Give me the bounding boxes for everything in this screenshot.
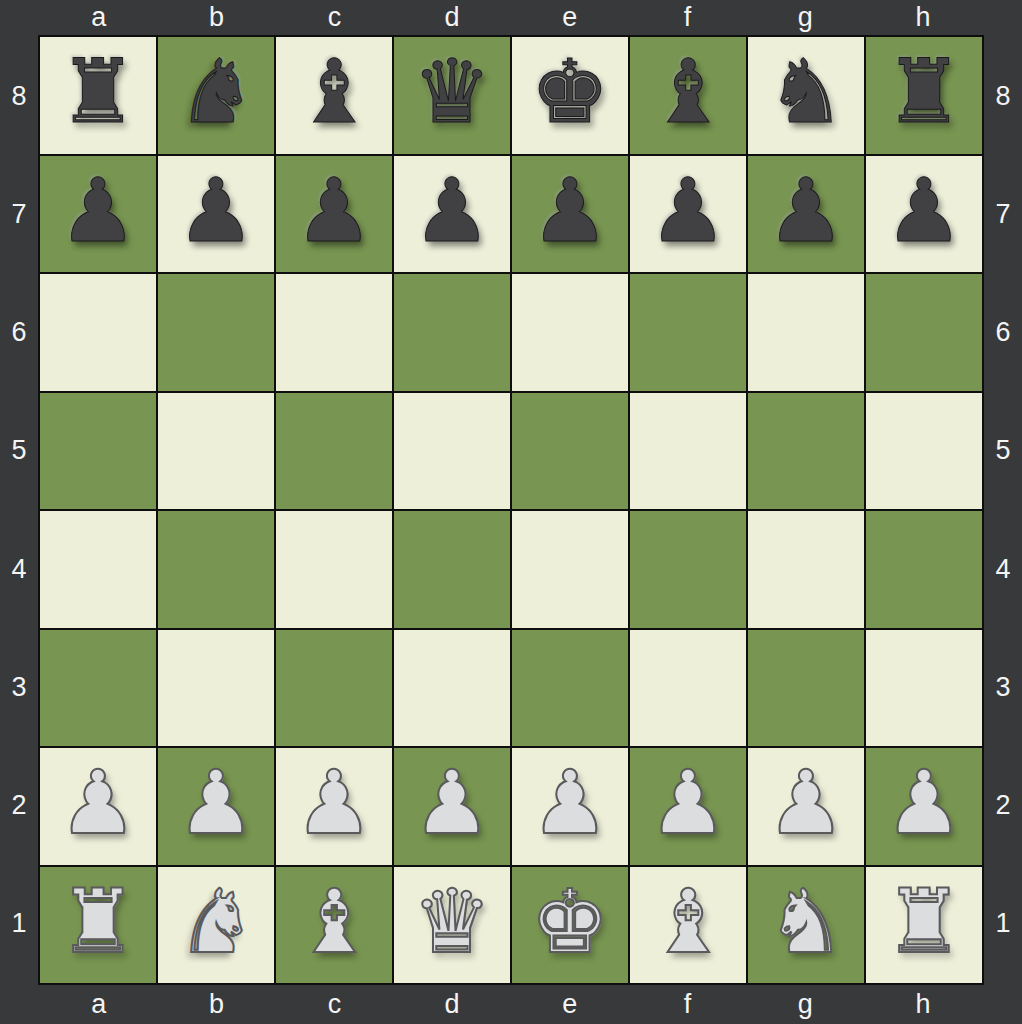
file-label-top-c: c [276,0,394,35]
square-c5[interactable] [276,393,392,510]
file-label-top-f: f [629,0,747,35]
square-f6[interactable] [630,274,746,391]
file-labels-bottom: abcdefgh [38,985,984,1024]
square-c7[interactable]: ♟ [276,156,392,273]
square-c2[interactable]: ♟ [276,748,392,865]
square-a6[interactable] [40,274,156,391]
rank-labels-left: 87654321 [0,35,38,985]
black-pawn-b7[interactable]: ♟ [177,167,256,255]
square-b5[interactable] [158,393,274,510]
rank-labels-right: 87654321 [984,35,1022,985]
square-h7[interactable]: ♟ [866,156,982,273]
white-knight-b1[interactable]: ♞ [177,878,256,966]
square-a7[interactable]: ♟ [40,156,156,273]
square-e8[interactable]: ♚ [512,37,628,154]
square-d1[interactable]: ♛ [394,867,510,984]
rank-label-left-4: 4 [0,510,38,628]
white-pawn-e2[interactable]: ♟ [531,759,610,847]
black-king-e8[interactable]: ♚ [531,48,610,136]
frame-corner-top-left [0,0,38,35]
file-label-bottom-d: d [393,985,511,1024]
square-f7[interactable]: ♟ [630,156,746,273]
square-e1[interactable]: ♚ [512,867,628,984]
black-rook-h8[interactable]: ♜ [885,48,964,136]
file-label-top-h: h [864,0,982,35]
square-e4[interactable] [512,511,628,628]
square-b3[interactable] [158,630,274,747]
black-bishop-f8[interactable]: ♝ [649,48,728,136]
file-label-bottom-e: e [511,985,629,1024]
file-label-bottom-b: b [158,985,276,1024]
square-g3[interactable] [748,630,864,747]
black-knight-g8[interactable]: ♞ [767,48,846,136]
black-knight-b8[interactable]: ♞ [177,48,256,136]
square-b4[interactable] [158,511,274,628]
rank-label-left-2: 2 [0,747,38,865]
file-label-bottom-h: h [864,985,982,1024]
rank-label-right-4: 4 [984,510,1022,628]
white-king-e1[interactable]: ♚ [531,878,610,966]
square-a5[interactable] [40,393,156,510]
white-pawn-c2[interactable]: ♟ [295,759,374,847]
white-bishop-c1[interactable]: ♝ [295,878,374,966]
white-rook-h1[interactable]: ♜ [885,878,964,966]
square-f2[interactable]: ♟ [630,748,746,865]
rank-label-left-8: 8 [0,37,38,155]
file-label-bottom-f: f [629,985,747,1024]
square-c1[interactable]: ♝ [276,867,392,984]
square-a1[interactable]: ♜ [40,867,156,984]
white-rook-a1[interactable]: ♜ [59,878,138,966]
black-pawn-g7[interactable]: ♟ [767,167,846,255]
rank-label-right-2: 2 [984,747,1022,865]
square-h4[interactable] [866,511,982,628]
square-g2[interactable]: ♟ [748,748,864,865]
square-e7[interactable]: ♟ [512,156,628,273]
square-b1[interactable]: ♞ [158,867,274,984]
white-pawn-d2[interactable]: ♟ [413,759,492,847]
black-pawn-c7[interactable]: ♟ [295,167,374,255]
square-b7[interactable]: ♟ [158,156,274,273]
chess-board: ♜♞♝♛♚♝♞♜♟♟♟♟♟♟♟♟♟♟♟♟♟♟♟♟♜♞♝♛♚♝♞♜ [38,35,984,985]
square-a8[interactable]: ♜ [40,37,156,154]
file-label-bottom-g: g [747,985,865,1024]
square-c4[interactable] [276,511,392,628]
rank-label-right-1: 1 [984,865,1022,983]
file-label-top-e: e [511,0,629,35]
white-pawn-h2[interactable]: ♟ [885,759,964,847]
frame-corner-bottom-left [0,985,38,1024]
rank-label-left-6: 6 [0,274,38,392]
square-d7[interactable]: ♟ [394,156,510,273]
rank-label-right-3: 3 [984,628,1022,746]
square-d3[interactable] [394,630,510,747]
square-e3[interactable] [512,630,628,747]
square-g6[interactable] [748,274,864,391]
rank-label-left-3: 3 [0,628,38,746]
square-f1[interactable]: ♝ [630,867,746,984]
file-label-bottom-a: a [40,985,158,1024]
file-label-bottom-c: c [276,985,394,1024]
file-label-top-b: b [158,0,276,35]
square-c3[interactable] [276,630,392,747]
square-h6[interactable] [866,274,982,391]
file-label-top-a: a [40,0,158,35]
white-pawn-b2[interactable]: ♟ [177,759,256,847]
black-pawn-d7[interactable]: ♟ [413,167,492,255]
square-a2[interactable]: ♟ [40,748,156,865]
square-b8[interactable]: ♞ [158,37,274,154]
square-d8[interactable]: ♛ [394,37,510,154]
board-frame: abcdefgh 87654321 ♜♞♝♛♚♝♞♜♟♟♟♟♟♟♟♟♟♟♟♟♟♟… [0,0,1022,1024]
black-queen-d8[interactable]: ♛ [413,48,492,136]
rank-label-right-8: 8 [984,37,1022,155]
white-pawn-a2[interactable]: ♟ [59,759,138,847]
square-d6[interactable] [394,274,510,391]
frame-corner-top-right [984,0,1022,35]
square-e6[interactable] [512,274,628,391]
square-h5[interactable] [866,393,982,510]
square-c8[interactable]: ♝ [276,37,392,154]
square-f5[interactable] [630,393,746,510]
black-pawn-e7[interactable]: ♟ [531,167,610,255]
square-a4[interactable] [40,511,156,628]
rank-label-right-5: 5 [984,392,1022,510]
square-f8[interactable]: ♝ [630,37,746,154]
black-rook-a8[interactable]: ♜ [59,48,138,136]
square-c6[interactable] [276,274,392,391]
white-pawn-g2[interactable]: ♟ [767,759,846,847]
rank-label-left-1: 1 [0,865,38,983]
white-bishop-f1[interactable]: ♝ [649,878,728,966]
square-f3[interactable] [630,630,746,747]
file-labels-top: abcdefgh [38,0,984,35]
square-h1[interactable]: ♜ [866,867,982,984]
white-pawn-f2[interactable]: ♟ [649,759,728,847]
black-pawn-h7[interactable]: ♟ [885,167,964,255]
square-h8[interactable]: ♜ [866,37,982,154]
black-pawn-a7[interactable]: ♟ [59,167,138,255]
rank-label-right-7: 7 [984,155,1022,273]
square-g5[interactable] [748,393,864,510]
square-b6[interactable] [158,274,274,391]
square-e5[interactable] [512,393,628,510]
square-e2[interactable]: ♟ [512,748,628,865]
square-a3[interactable] [40,630,156,747]
square-g7[interactable]: ♟ [748,156,864,273]
rank-label-left-7: 7 [0,155,38,273]
frame-corner-bottom-right [984,985,1022,1024]
file-label-top-d: d [393,0,511,35]
square-f4[interactable] [630,511,746,628]
square-d2[interactable]: ♟ [394,748,510,865]
square-h2[interactable]: ♟ [866,748,982,865]
white-queen-d1[interactable]: ♛ [413,878,492,966]
square-d4[interactable] [394,511,510,628]
black-bishop-c8[interactable]: ♝ [295,48,374,136]
file-label-top-g: g [747,0,865,35]
rank-label-left-5: 5 [0,392,38,510]
square-b2[interactable]: ♟ [158,748,274,865]
square-g8[interactable]: ♞ [748,37,864,154]
square-g4[interactable] [748,511,864,628]
rank-label-right-6: 6 [984,274,1022,392]
square-d5[interactable] [394,393,510,510]
square-h3[interactable] [866,630,982,747]
black-pawn-f7[interactable]: ♟ [649,167,728,255]
square-g1[interactable]: ♞ [748,867,864,984]
white-knight-g1[interactable]: ♞ [767,878,846,966]
